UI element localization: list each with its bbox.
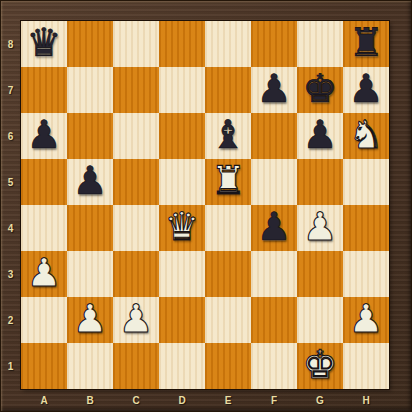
white-queen-piece[interactable]: ♛ (165, 207, 200, 246)
rank-label-6: 6 (0, 113, 21, 159)
square-f4[interactable]: ♟ (251, 205, 297, 251)
rank-label-3: 3 (0, 251, 21, 297)
black-pawn-piece[interactable]: ♟ (303, 115, 338, 154)
white-pawn-piece[interactable]: ♟ (73, 299, 108, 338)
square-b3[interactable] (67, 251, 113, 297)
square-a4[interactable] (21, 205, 67, 251)
white-pawn-piece[interactable]: ♟ (303, 207, 338, 246)
file-labels: ABCDEFGH (21, 389, 389, 412)
white-pawn-piece[interactable]: ♟ (349, 299, 384, 338)
square-b8[interactable] (67, 21, 113, 67)
file-label-g: G (297, 389, 343, 412)
square-e3[interactable] (205, 251, 251, 297)
black-pawn-piece[interactable]: ♟ (349, 69, 384, 108)
square-a8[interactable]: ♛ (21, 21, 67, 67)
square-b7[interactable] (67, 67, 113, 113)
square-d7[interactable] (159, 67, 205, 113)
square-c6[interactable] (113, 113, 159, 159)
square-h2[interactable]: ♟ (343, 297, 389, 343)
square-b4[interactable] (67, 205, 113, 251)
square-c5[interactable] (113, 159, 159, 205)
square-h4[interactable] (343, 205, 389, 251)
square-g7[interactable]: ♚ (297, 67, 343, 113)
file-label-h: H (343, 389, 389, 412)
square-c4[interactable] (113, 205, 159, 251)
white-pawn-piece[interactable]: ♟ (27, 253, 62, 292)
file-label-d: D (159, 389, 205, 412)
square-g1[interactable]: ♚ (297, 343, 343, 389)
square-g3[interactable] (297, 251, 343, 297)
square-e4[interactable] (205, 205, 251, 251)
black-king-piece[interactable]: ♚ (303, 69, 338, 108)
white-rook-piece[interactable]: ♜ (211, 161, 246, 200)
square-e1[interactable] (205, 343, 251, 389)
file-label-e: E (205, 389, 251, 412)
square-d2[interactable] (159, 297, 205, 343)
square-c1[interactable] (113, 343, 159, 389)
file-label-f: F (251, 389, 297, 412)
square-g8[interactable] (297, 21, 343, 67)
chess-board: ♛♜♟♚♟♟♝♟♞♟♜♛♟♟♟♟♟♟♚ (21, 21, 389, 389)
square-f1[interactable] (251, 343, 297, 389)
file-label-b: B (67, 389, 113, 412)
black-pawn-piece[interactable]: ♟ (257, 207, 292, 246)
square-d1[interactable] (159, 343, 205, 389)
white-knight-piece[interactable]: ♞ (349, 115, 384, 154)
square-c2[interactable]: ♟ (113, 297, 159, 343)
square-g4[interactable]: ♟ (297, 205, 343, 251)
chess-board-frame: 87654321 ♛♜♟♚♟♟♝♟♞♟♜♛♟♟♟♟♟♟♚ ABCDEFGH (0, 0, 412, 412)
file-label-c: C (113, 389, 159, 412)
square-h5[interactable] (343, 159, 389, 205)
square-e5[interactable]: ♜ (205, 159, 251, 205)
square-d6[interactable] (159, 113, 205, 159)
square-e8[interactable] (205, 21, 251, 67)
square-c3[interactable] (113, 251, 159, 297)
square-h7[interactable]: ♟ (343, 67, 389, 113)
square-d8[interactable] (159, 21, 205, 67)
square-d4[interactable]: ♛ (159, 205, 205, 251)
square-d3[interactable] (159, 251, 205, 297)
square-a7[interactable] (21, 67, 67, 113)
square-b2[interactable]: ♟ (67, 297, 113, 343)
square-c7[interactable] (113, 67, 159, 113)
square-a2[interactable] (21, 297, 67, 343)
square-h1[interactable] (343, 343, 389, 389)
square-b5[interactable]: ♟ (67, 159, 113, 205)
square-b6[interactable] (67, 113, 113, 159)
square-g2[interactable] (297, 297, 343, 343)
square-h6[interactable]: ♞ (343, 113, 389, 159)
square-c8[interactable] (113, 21, 159, 67)
rank-label-2: 2 (0, 297, 21, 343)
square-f6[interactable] (251, 113, 297, 159)
square-e2[interactable] (205, 297, 251, 343)
rank-label-8: 8 (0, 21, 21, 67)
square-f8[interactable] (251, 21, 297, 67)
black-queen-piece[interactable]: ♛ (27, 23, 62, 62)
square-e6[interactable]: ♝ (205, 113, 251, 159)
black-pawn-piece[interactable]: ♟ (27, 115, 62, 154)
square-a1[interactable] (21, 343, 67, 389)
black-bishop-piece[interactable]: ♝ (211, 115, 246, 154)
square-f2[interactable] (251, 297, 297, 343)
rank-label-1: 1 (0, 343, 21, 389)
file-label-a: A (21, 389, 67, 412)
black-pawn-piece[interactable]: ♟ (73, 161, 108, 200)
square-g5[interactable] (297, 159, 343, 205)
rank-label-7: 7 (0, 67, 21, 113)
black-pawn-piece[interactable]: ♟ (257, 69, 292, 108)
square-f5[interactable] (251, 159, 297, 205)
rank-label-4: 4 (0, 205, 21, 251)
rank-label-5: 5 (0, 159, 21, 205)
white-king-piece[interactable]: ♚ (303, 345, 338, 384)
square-a6[interactable]: ♟ (21, 113, 67, 159)
square-b1[interactable] (67, 343, 113, 389)
rank-labels: 87654321 (0, 21, 21, 389)
square-d5[interactable] (159, 159, 205, 205)
square-a3[interactable]: ♟ (21, 251, 67, 297)
white-pawn-piece[interactable]: ♟ (119, 299, 154, 338)
square-e7[interactable] (205, 67, 251, 113)
square-g6[interactable]: ♟ (297, 113, 343, 159)
square-f3[interactable] (251, 251, 297, 297)
square-h3[interactable] (343, 251, 389, 297)
black-rook-piece[interactable]: ♜ (349, 23, 384, 62)
square-f7[interactable]: ♟ (251, 67, 297, 113)
square-h8[interactable]: ♜ (343, 21, 389, 67)
square-a5[interactable] (21, 159, 67, 205)
